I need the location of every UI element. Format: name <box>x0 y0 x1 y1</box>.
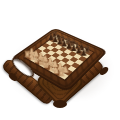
chess-set-photo: ♜♞♝♛♚♝♞♜♟♟♟♟♟♟♟♟♟♟♟♟♟♟♟♟♜♞♝♛♚♝♞♜ <box>0 0 120 120</box>
piece-white-rook-h1[interactable]: ♜ <box>55 69 68 79</box>
board-assembly: ♜♞♝♛♚♝♞♜♟♟♟♟♟♟♟♟♟♟♟♟♟♟♟♟♜♞♝♛♚♝♞♜ <box>10 28 108 93</box>
piece-black-pawn-h7[interactable]: ♟ <box>78 49 90 58</box>
square-h7[interactable]: ♟ <box>82 53 90 58</box>
square-h1[interactable]: ♜ <box>59 73 68 80</box>
